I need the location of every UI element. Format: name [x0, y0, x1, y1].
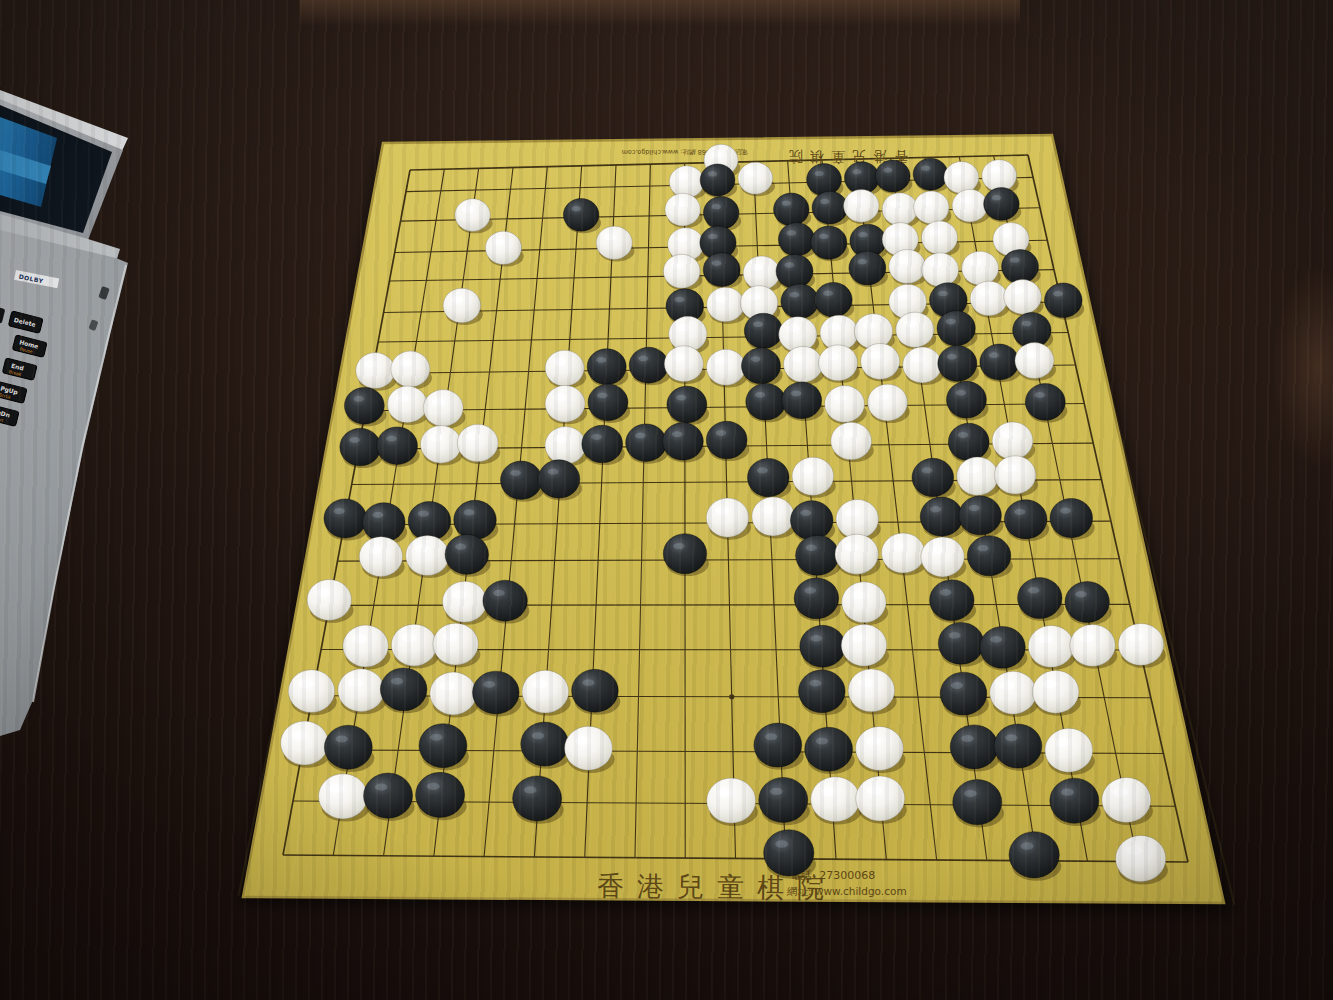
stone-white	[861, 343, 900, 379]
stone-black	[1050, 778, 1099, 823]
stone-glint	[930, 506, 941, 512]
stone-glint	[753, 321, 763, 327]
stone-black	[324, 725, 372, 769]
stone-glint	[427, 783, 440, 790]
stone-black	[445, 534, 488, 574]
stone-glint	[712, 204, 721, 209]
stone-glint	[810, 635, 822, 642]
stone-black	[538, 460, 580, 498]
stone-black	[805, 727, 853, 771]
stone-white	[664, 346, 703, 382]
stone-glint	[821, 787, 837, 796]
stone-glint	[1001, 430, 1014, 438]
stone-glint	[353, 635, 368, 643]
stone-glint	[672, 431, 683, 437]
stone-glint	[1000, 681, 1015, 690]
stone-white	[443, 288, 481, 323]
stone-black	[473, 671, 520, 714]
stone-glint	[1010, 257, 1020, 262]
stone-glint	[897, 257, 909, 264]
stone-glint	[977, 545, 988, 551]
stone-white	[663, 254, 700, 288]
stone-glint	[891, 542, 905, 550]
stone-black	[1050, 499, 1093, 538]
stone-black	[741, 348, 780, 384]
stone-black	[812, 191, 847, 224]
stone-white	[423, 390, 463, 427]
stone-black	[667, 386, 707, 423]
stone-glint	[815, 171, 824, 176]
stone-black	[629, 347, 668, 383]
stone-black	[920, 497, 963, 536]
stone-white	[406, 536, 449, 576]
stone-glint	[582, 679, 594, 686]
stone-glint	[1126, 846, 1142, 855]
stone-white	[856, 776, 905, 821]
stone-glint	[929, 228, 941, 235]
stone-glint	[949, 632, 961, 639]
stone-black	[950, 725, 998, 769]
stone-glint	[715, 357, 727, 364]
stone-glint	[716, 430, 727, 436]
stone-glint	[970, 259, 982, 266]
stone-black	[940, 672, 987, 715]
stone-glint	[852, 169, 861, 174]
stone-black	[844, 162, 879, 194]
stone-glint	[708, 171, 717, 176]
stone-white	[914, 191, 949, 224]
scene-art: 香港兒童棋院 電話: 27300068 網址: www.childgo.com …	[0, 0, 1333, 1000]
stone-black	[364, 773, 413, 818]
stone-glint	[844, 543, 858, 551]
stone-white	[545, 427, 586, 465]
stone-white	[430, 672, 477, 715]
stone-glint	[596, 357, 606, 363]
stone-black	[984, 188, 1019, 221]
stone-glint	[1005, 734, 1017, 741]
stone-black	[419, 724, 467, 768]
stone-white	[387, 386, 427, 423]
stone-black	[344, 387, 384, 424]
stone-glint	[921, 166, 930, 171]
stone-glint	[761, 506, 775, 514]
stone-glint	[317, 589, 331, 597]
stone-glint	[334, 508, 345, 514]
stone-glint	[391, 678, 403, 685]
stone-black	[1004, 500, 1047, 539]
stone-glint	[1053, 291, 1063, 297]
stone-black	[1044, 283, 1082, 318]
stone-glint	[816, 737, 828, 744]
stone-glint	[493, 239, 505, 246]
stone-white	[903, 347, 942, 383]
stone-black	[800, 625, 846, 667]
stone-glint	[715, 295, 727, 302]
stone-glint	[401, 634, 416, 642]
stone-black	[588, 384, 628, 421]
table-glare	[1272, 268, 1333, 468]
stone-white	[811, 777, 860, 822]
stone-glint	[921, 198, 932, 205]
stone-glint	[298, 679, 313, 688]
stone-glint	[876, 392, 889, 399]
stone-white	[854, 314, 892, 349]
stone-glint	[493, 590, 505, 597]
stone-white	[707, 778, 756, 823]
stone-black	[799, 670, 846, 713]
stone-black	[794, 578, 838, 619]
stone-glint	[430, 734, 442, 741]
stone-glint	[823, 290, 833, 296]
stone-glint	[715, 507, 729, 515]
stone-glint	[890, 230, 902, 237]
stone-white	[420, 426, 461, 464]
stone-glint	[792, 354, 804, 361]
stone-white	[868, 384, 908, 421]
stone-white	[359, 537, 402, 577]
stone-glint	[291, 731, 306, 740]
stone-glint	[890, 200, 901, 207]
stone-black	[912, 458, 954, 496]
stone-glint	[451, 296, 463, 303]
stone-white	[994, 456, 1036, 494]
stone-black	[587, 349, 626, 385]
stone-glint	[452, 591, 466, 599]
photo-scene: 香港兒童棋院 電話: 27300068 網址: www.childgo.com …	[0, 0, 1333, 1000]
stone-black	[563, 199, 598, 232]
stone-glint	[372, 512, 383, 518]
stone-black	[930, 580, 974, 621]
stone-glint	[1012, 287, 1024, 294]
stone-black	[1002, 250, 1039, 284]
stone-black	[774, 193, 809, 226]
stone-white	[665, 193, 700, 226]
stone-glint	[863, 322, 875, 329]
stone-glint	[548, 469, 559, 475]
stone-white	[743, 256, 780, 290]
stone-white	[921, 537, 964, 577]
stone-glint	[677, 324, 689, 331]
stone-glint	[717, 788, 733, 797]
stone-black	[663, 534, 706, 574]
stone-glint	[960, 197, 971, 204]
stone-white	[307, 579, 351, 620]
stone-black	[700, 164, 735, 196]
stone-white	[707, 287, 745, 322]
stone-glint	[675, 297, 685, 303]
stone-black	[416, 772, 465, 817]
stone-black	[408, 502, 451, 541]
stone-glint	[851, 197, 862, 204]
stone-glint	[858, 679, 873, 688]
stone-glint	[851, 634, 866, 642]
stone-glint	[1021, 842, 1034, 849]
stone-glint	[946, 319, 956, 325]
stone-glint	[801, 466, 814, 474]
stone-glint	[418, 511, 429, 517]
stone-white	[1070, 624, 1116, 666]
stone-glint	[1080, 634, 1095, 642]
stone-glint	[673, 543, 684, 549]
stone-glint	[809, 680, 821, 687]
stone-glint	[951, 169, 962, 175]
stone-black	[582, 425, 623, 463]
stone-glint	[828, 323, 840, 330]
stone-white	[596, 226, 632, 259]
stone-glint	[335, 735, 347, 742]
stone-black	[500, 461, 542, 499]
stone-black	[994, 724, 1042, 768]
go-board: 香港兒童棋院 電話: 27300068 網址: www.childgo.com …	[238, 135, 1234, 905]
stone-glint	[354, 396, 364, 402]
stone-white	[962, 251, 999, 285]
stone-glint	[708, 234, 717, 239]
stone-glint	[857, 259, 867, 264]
stone-glint	[819, 234, 828, 239]
stone-black	[363, 503, 406, 542]
stone-black	[938, 346, 977, 382]
stone-white	[281, 721, 329, 765]
stone-white	[545, 350, 584, 386]
board-url: 網址: www.childgo.com	[786, 885, 907, 897]
stone-glint	[989, 167, 1000, 173]
stone-white	[1015, 343, 1054, 379]
stone-glint	[938, 291, 948, 297]
stone-glint	[532, 680, 547, 689]
stone-black	[959, 496, 1002, 535]
stone-white	[669, 166, 704, 198]
stone-glint	[396, 394, 409, 401]
stone-glint	[575, 736, 590, 745]
stone-glint	[840, 431, 853, 439]
stone-black	[747, 458, 789, 496]
stone-glint	[369, 546, 383, 554]
stone-white	[1028, 625, 1074, 667]
stone-glint	[604, 234, 616, 241]
stone-glint	[866, 736, 881, 745]
stone-glint	[673, 201, 684, 208]
stone-white	[1032, 670, 1079, 713]
stone-black	[796, 535, 839, 575]
stone-white	[784, 346, 823, 382]
stone-black	[521, 722, 569, 766]
stone-glint	[483, 681, 495, 688]
stone-black	[875, 160, 910, 192]
stone-black	[483, 580, 527, 621]
stone-white	[922, 253, 959, 287]
stone-white	[433, 623, 479, 665]
star-point	[729, 694, 734, 699]
stone-glint	[510, 470, 521, 476]
stone-white	[848, 669, 895, 712]
stone-black	[706, 421, 747, 459]
stone-black	[1025, 384, 1065, 421]
stone-glint	[969, 505, 980, 511]
stone-glint	[775, 840, 788, 847]
stone-glint	[966, 466, 979, 474]
stone-glint	[464, 509, 475, 515]
stone-glint	[827, 353, 839, 360]
stone-black	[1018, 578, 1062, 619]
stone-black	[790, 501, 833, 540]
stone-white	[992, 422, 1033, 460]
stone-glint	[532, 732, 544, 739]
stone-glint	[386, 436, 397, 442]
stone-glint	[429, 434, 442, 442]
stone-glint	[1128, 633, 1143, 641]
stone-glint	[845, 508, 859, 516]
stone-black	[340, 428, 381, 466]
stone-glint	[635, 433, 646, 439]
stone-white	[841, 624, 887, 666]
stone-glint	[673, 354, 685, 361]
stone-glint	[466, 433, 479, 441]
stone-black	[703, 197, 738, 230]
stone-white	[896, 312, 934, 347]
stone-white	[391, 624, 437, 666]
stone-black	[662, 423, 703, 461]
stone-glint	[1112, 788, 1128, 797]
stone-glint	[1060, 508, 1071, 514]
stone-black	[776, 254, 813, 288]
stone-black	[946, 381, 986, 418]
stone-glint	[904, 320, 916, 327]
stone-glint	[364, 361, 376, 368]
stone-white	[982, 160, 1017, 192]
stone-glint	[947, 354, 957, 360]
stone-black	[513, 776, 562, 821]
stone-white	[835, 534, 878, 574]
stone-white	[457, 424, 498, 462]
stone-white	[844, 190, 879, 223]
stone-glint	[745, 169, 756, 175]
stone-glint	[443, 633, 458, 641]
stone-glint	[989, 352, 999, 358]
stone-white	[522, 670, 569, 713]
laptop: DOLBY Delete Home Pause End Break	[0, 90, 128, 736]
stone-black	[967, 536, 1010, 576]
stone-glint	[1001, 230, 1013, 237]
stone-black	[948, 423, 989, 461]
stone-white	[343, 625, 389, 667]
stone-glint	[940, 589, 952, 596]
stone-glint	[1075, 591, 1087, 598]
stone-white	[706, 498, 749, 537]
stone-glint	[990, 636, 1002, 643]
stone-white	[738, 162, 773, 194]
stone-glint	[883, 167, 892, 172]
stone-glint	[790, 292, 800, 298]
stone-glint	[750, 356, 760, 362]
stone-glint	[671, 262, 683, 269]
stone-white	[792, 457, 834, 495]
stone-white	[856, 726, 904, 770]
stone-glint	[554, 435, 567, 443]
stone-glint	[787, 230, 796, 235]
stone-glint	[858, 232, 867, 237]
stone-white	[882, 193, 917, 226]
stone-white	[952, 189, 987, 222]
stone-glint	[1042, 680, 1057, 689]
stone-glint	[1035, 392, 1045, 398]
stone-glint	[964, 790, 977, 797]
stone-glint	[956, 390, 966, 396]
stone-glint	[1038, 635, 1053, 643]
stone-black	[953, 780, 1002, 825]
stone-white	[1116, 835, 1166, 881]
stone-white	[1045, 728, 1093, 772]
stone-glint	[922, 467, 933, 473]
stone-white	[442, 581, 486, 622]
stone-black	[938, 622, 984, 664]
stone-black	[913, 158, 948, 190]
stone-glint	[349, 437, 360, 443]
stone-glint	[1023, 351, 1035, 358]
stone-black	[380, 668, 427, 711]
stone-glint	[787, 325, 799, 332]
stone-white	[881, 533, 924, 573]
stone-black	[811, 226, 847, 259]
stone-white	[752, 497, 795, 536]
stone-glint	[785, 262, 795, 267]
stone-glint	[712, 260, 722, 265]
stone-white	[1004, 280, 1042, 315]
stone-glint	[553, 358, 565, 365]
stone-glint	[591, 434, 602, 440]
stone-black	[782, 382, 822, 419]
stone-white	[944, 161, 979, 193]
stone-white	[391, 351, 430, 387]
stone-black	[626, 424, 667, 462]
stone-glint	[462, 206, 473, 213]
stone-white	[356, 353, 395, 389]
stone-glint	[1028, 587, 1040, 594]
stone-glint	[597, 392, 607, 398]
stone-black	[759, 777, 808, 822]
stone-glint	[978, 289, 990, 296]
stone-glint	[572, 206, 581, 211]
stone-glint	[820, 199, 829, 204]
stone-glint	[1003, 464, 1016, 472]
stone-black	[764, 830, 814, 876]
stone-glint	[804, 587, 816, 594]
stone-white	[288, 670, 335, 713]
stone-glint	[992, 195, 1001, 200]
stone-glint	[851, 591, 865, 599]
stone-glint	[751, 264, 763, 271]
stone-black	[781, 284, 819, 319]
stone-white	[545, 385, 585, 422]
stone-glint	[951, 682, 963, 689]
stone-white	[1102, 777, 1151, 822]
stone-glint	[961, 735, 973, 742]
stone-glint	[455, 544, 466, 550]
stone-glint	[1061, 789, 1074, 796]
stone-glint	[911, 355, 923, 362]
stone-glint	[524, 786, 537, 793]
stone-white	[825, 386, 865, 423]
stone-glint	[1021, 321, 1031, 327]
stone-glint	[748, 293, 760, 300]
stone-white	[921, 221, 957, 254]
stone-glint	[869, 352, 881, 359]
stone-black	[754, 723, 802, 767]
stone-glint	[415, 545, 429, 553]
stone-white	[1118, 623, 1164, 665]
stone-black	[849, 251, 886, 285]
stone-black	[937, 311, 975, 346]
stone-glint	[554, 394, 567, 401]
